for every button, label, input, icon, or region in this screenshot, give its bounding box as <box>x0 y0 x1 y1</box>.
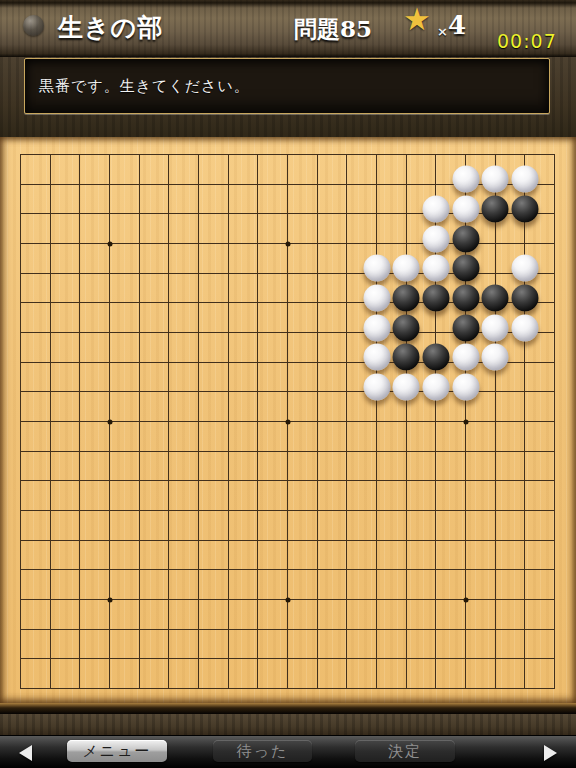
menu-button[interactable]: メニュー <box>67 740 167 762</box>
black-stone <box>393 314 420 341</box>
star-count: 4 <box>448 10 466 40</box>
prev-arrow-button[interactable] <box>19 745 32 761</box>
black-stone <box>393 284 420 311</box>
white-stone <box>452 344 479 371</box>
black-stone <box>452 225 479 252</box>
white-stone <box>393 373 420 400</box>
white-stone <box>482 344 509 371</box>
white-stone <box>422 195 449 222</box>
black-stone <box>393 344 420 371</box>
black-stone <box>422 284 449 311</box>
star-point <box>463 419 468 424</box>
confirm-button[interactable]: 決定 <box>355 740 455 762</box>
white-stone <box>452 166 479 193</box>
white-stone <box>482 314 509 341</box>
white-stone <box>452 195 479 222</box>
white-stone <box>363 344 390 371</box>
white-stone <box>511 255 538 282</box>
white-stone <box>363 284 390 311</box>
message-frame: 黒番です。生きてください。 <box>0 57 576 137</box>
black-stone <box>452 255 479 282</box>
undo-button[interactable]: 待った <box>213 740 312 762</box>
white-stone <box>393 255 420 282</box>
problem-number: 問題85 <box>294 14 372 45</box>
white-stone <box>363 314 390 341</box>
black-stone <box>511 195 538 222</box>
black-stone-icon <box>23 15 44 36</box>
star-point <box>285 241 290 246</box>
timer: 00:07 <box>497 30 557 52</box>
star-point <box>285 597 290 602</box>
white-stone <box>363 255 390 282</box>
white-stone <box>452 373 479 400</box>
section-title: 生きの部 <box>58 11 163 44</box>
black-stone <box>452 284 479 311</box>
black-stone <box>511 284 538 311</box>
bottom-toolbar: メニュー 待った 決定 <box>0 735 576 768</box>
black-stone <box>452 314 479 341</box>
black-stone <box>482 284 509 311</box>
star-point <box>285 419 290 424</box>
white-stone <box>482 166 509 193</box>
star-times-sign: × <box>437 24 448 39</box>
app-frame: 生きの部 問題85 ★ × 4 00:07 黒番です。生きてください。 メニュー… <box>0 0 576 768</box>
next-arrow-button[interactable] <box>544 745 557 761</box>
instruction-text: 黒番です。生きてください。 <box>39 59 250 113</box>
black-stone <box>482 195 509 222</box>
star-icon: ★ <box>403 4 431 35</box>
white-stone <box>363 373 390 400</box>
board-bottom-shadow <box>0 703 576 714</box>
star-point <box>107 241 112 246</box>
white-stone <box>422 373 449 400</box>
go-board[interactable] <box>0 137 576 703</box>
title-bar: 生きの部 問題85 ★ × 4 00:07 <box>0 0 576 58</box>
star-point <box>107 419 112 424</box>
white-stone <box>511 314 538 341</box>
message-panel: 黒番です。生きてください。 <box>24 58 550 114</box>
black-stone <box>422 344 449 371</box>
lower-frame <box>0 714 576 735</box>
star-point <box>107 597 112 602</box>
white-stone <box>511 166 538 193</box>
white-stone <box>422 225 449 252</box>
star-point <box>463 597 468 602</box>
white-stone <box>422 255 449 282</box>
